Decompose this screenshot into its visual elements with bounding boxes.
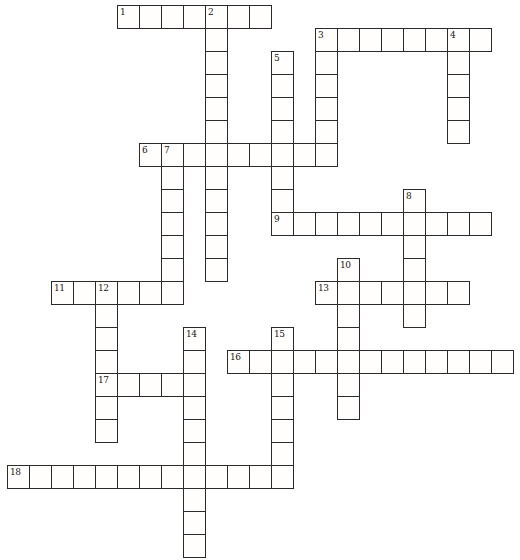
cell-r4-c20[interactable] xyxy=(447,97,470,121)
cell-r16-c4[interactable]: 17 xyxy=(95,373,118,397)
cell-r8-c7[interactable] xyxy=(161,189,184,213)
cell-r15-c13[interactable] xyxy=(293,350,316,374)
cell-r2-c14[interactable] xyxy=(315,51,338,75)
cell-r20-c8[interactable] xyxy=(183,465,206,489)
cell-r9-c7[interactable] xyxy=(161,212,184,236)
cell-r16-c7[interactable] xyxy=(161,373,184,397)
cell-r12-c15[interactable] xyxy=(337,281,360,305)
cell-r12-c7[interactable] xyxy=(161,281,184,305)
cell-r6-c14[interactable] xyxy=(315,143,338,167)
cell-r1-c15[interactable] xyxy=(337,28,360,52)
cell-r3-c14[interactable] xyxy=(315,74,338,98)
cell-r10-c18[interactable] xyxy=(403,235,426,259)
clue-number-1: 1 xyxy=(120,7,125,17)
cell-r2-c12[interactable]: 5 xyxy=(271,51,294,75)
cell-r6-c8[interactable] xyxy=(183,143,206,167)
cell-r15-c15[interactable] xyxy=(337,350,360,374)
cell-r15-c19[interactable] xyxy=(425,350,448,374)
clue-number-3: 3 xyxy=(318,30,323,40)
cell-r3-c9[interactable] xyxy=(205,74,228,98)
cell-r20-c1[interactable] xyxy=(29,465,52,489)
crossword-board: 123456789101112131415161718 xyxy=(7,5,515,558)
cell-r12-c3[interactable] xyxy=(73,281,96,305)
cell-r5-c12[interactable] xyxy=(271,120,294,144)
clue-number-11: 11 xyxy=(54,283,64,293)
cell-r20-c11[interactable] xyxy=(249,465,272,489)
cell-r12-c19[interactable] xyxy=(425,281,448,305)
cell-r12-c17[interactable] xyxy=(381,281,404,305)
cell-r15-c16[interactable] xyxy=(359,350,382,374)
cell-r15-c20[interactable] xyxy=(447,350,470,374)
cell-r4-c12[interactable] xyxy=(271,97,294,121)
clue-number-4: 4 xyxy=(450,30,455,40)
cell-r18-c4[interactable] xyxy=(95,419,118,443)
cell-r6-c6[interactable]: 6 xyxy=(139,143,162,167)
cell-r17-c15[interactable] xyxy=(337,396,360,420)
cell-r4-c14[interactable] xyxy=(315,97,338,121)
cell-r12-c18[interactable] xyxy=(403,281,426,305)
cell-r9-c13[interactable] xyxy=(293,212,316,236)
cell-r9-c21[interactable] xyxy=(469,212,492,236)
cell-r15-c18[interactable] xyxy=(403,350,426,374)
cell-r13-c15[interactable] xyxy=(337,304,360,328)
cell-r1-c9[interactable] xyxy=(205,28,228,52)
cell-r9-c14[interactable] xyxy=(315,212,338,236)
clue-number-10: 10 xyxy=(340,260,350,270)
cell-r15-c17[interactable] xyxy=(381,350,404,374)
cell-r12-c14[interactable]: 13 xyxy=(315,281,338,305)
cell-r12-c4[interactable]: 12 xyxy=(95,281,118,305)
cell-r21-c8[interactable] xyxy=(183,488,206,512)
cell-r10-c9[interactable] xyxy=(205,235,228,259)
cell-r18-c12[interactable] xyxy=(271,419,294,443)
cell-r15-c14[interactable] xyxy=(315,350,338,374)
cell-r15-c10[interactable]: 16 xyxy=(227,350,250,374)
cell-r9-c16[interactable] xyxy=(359,212,382,236)
cell-r13-c4[interactable] xyxy=(95,304,118,328)
clue-number-5: 5 xyxy=(274,53,279,63)
cell-r9-c19[interactable] xyxy=(425,212,448,236)
cell-r6-c11[interactable] xyxy=(249,143,272,167)
cell-r1-c18[interactable] xyxy=(403,28,426,52)
cell-r9-c15[interactable] xyxy=(337,212,360,236)
cell-r6-c9[interactable] xyxy=(205,143,228,167)
clue-number-8: 8 xyxy=(406,191,411,201)
cell-r1-c20[interactable]: 4 xyxy=(447,28,470,52)
cell-r0-c7[interactable] xyxy=(161,5,184,29)
cell-r2-c9[interactable] xyxy=(205,51,228,75)
cell-r8-c12[interactable] xyxy=(271,189,294,213)
cell-r10-c7[interactable] xyxy=(161,235,184,259)
cell-r1-c14[interactable]: 3 xyxy=(315,28,338,52)
cell-r16-c15[interactable] xyxy=(337,373,360,397)
cell-r16-c6[interactable] xyxy=(139,373,162,397)
cell-r9-c17[interactable] xyxy=(381,212,404,236)
cell-r9-c20[interactable] xyxy=(447,212,470,236)
clue-number-15: 15 xyxy=(274,329,284,339)
clue-number-2: 2 xyxy=(208,7,213,17)
cell-r3-c20[interactable] xyxy=(447,74,470,98)
cell-r6-c13[interactable] xyxy=(293,143,316,167)
cell-r5-c20[interactable] xyxy=(447,120,470,144)
cell-r8-c18[interactable]: 8 xyxy=(403,189,426,213)
cell-r6-c10[interactable] xyxy=(227,143,250,167)
cell-r0-c11[interactable] xyxy=(249,5,272,29)
cell-r12-c2[interactable]: 11 xyxy=(51,281,74,305)
clue-number-6: 6 xyxy=(142,145,147,155)
cell-r15-c22[interactable] xyxy=(491,350,514,374)
crossword-page: 123456789101112131415161718 xyxy=(0,0,520,560)
cell-r9-c12[interactable]: 9 xyxy=(271,212,294,236)
clue-number-18: 18 xyxy=(10,467,20,477)
cell-r15-c21[interactable] xyxy=(469,350,492,374)
cell-r0-c10[interactable] xyxy=(227,5,250,29)
clue-number-9: 9 xyxy=(274,214,279,224)
clue-number-7: 7 xyxy=(164,145,169,155)
cell-r17-c4[interactable] xyxy=(95,396,118,420)
clue-number-13: 13 xyxy=(318,283,328,293)
cell-r11-c18[interactable] xyxy=(403,258,426,282)
cell-r3-c12[interactable] xyxy=(271,74,294,98)
cell-r20-c2[interactable] xyxy=(51,465,74,489)
cell-r20-c3[interactable] xyxy=(73,465,96,489)
cell-r1-c17[interactable] xyxy=(381,28,404,52)
cell-r15-c12[interactable] xyxy=(271,350,294,374)
cell-r0-c8[interactable] xyxy=(183,5,206,29)
cell-r11-c15[interactable]: 10 xyxy=(337,258,360,282)
cell-r8-c9[interactable] xyxy=(205,189,228,213)
cell-r18-c8[interactable] xyxy=(183,419,206,443)
clue-number-17: 17 xyxy=(98,375,108,385)
cell-r20-c6[interactable] xyxy=(139,465,162,489)
cell-r16-c12[interactable] xyxy=(271,373,294,397)
cell-r20-c9[interactable] xyxy=(205,465,228,489)
cell-r15-c11[interactable] xyxy=(249,350,272,374)
cell-r7-c7[interactable] xyxy=(161,166,184,190)
clue-number-16: 16 xyxy=(230,352,240,362)
cell-r12-c20[interactable] xyxy=(447,281,470,305)
cell-r17-c12[interactable] xyxy=(271,396,294,420)
cell-r14-c15[interactable] xyxy=(337,327,360,351)
cell-r1-c19[interactable] xyxy=(425,28,448,52)
cell-r14-c8[interactable]: 14 xyxy=(183,327,206,351)
cell-r22-c8[interactable] xyxy=(183,511,206,535)
clue-number-14: 14 xyxy=(186,329,196,339)
cell-r14-c4[interactable] xyxy=(95,327,118,351)
cell-r19-c12[interactable] xyxy=(271,442,294,466)
cell-r9-c18[interactable] xyxy=(403,212,426,236)
cell-r1-c21[interactable] xyxy=(469,28,492,52)
cell-r15-c4[interactable] xyxy=(95,350,118,374)
cell-r9-c9[interactable] xyxy=(205,212,228,236)
cell-r6-c12[interactable] xyxy=(271,143,294,167)
cell-r7-c9[interactable] xyxy=(205,166,228,190)
cell-r5-c9[interactable] xyxy=(205,120,228,144)
cell-r0-c5[interactable]: 1 xyxy=(117,5,140,29)
cell-r0-c6[interactable] xyxy=(139,5,162,29)
cell-r12-c6[interactable] xyxy=(139,281,162,305)
cell-r12-c16[interactable] xyxy=(359,281,382,305)
cell-r20-c7[interactable] xyxy=(161,465,184,489)
cell-r20-c5[interactable] xyxy=(117,465,140,489)
cell-r11-c9[interactable] xyxy=(205,258,228,282)
cell-r6-c7[interactable]: 7 xyxy=(161,143,184,167)
cell-r17-c8[interactable] xyxy=(183,396,206,420)
cell-r7-c12[interactable] xyxy=(271,166,294,190)
clue-number-12: 12 xyxy=(98,283,108,293)
cell-r4-c9[interactable] xyxy=(205,97,228,121)
cell-r0-c9[interactable]: 2 xyxy=(205,5,228,29)
cell-r16-c8[interactable] xyxy=(183,373,206,397)
cell-r5-c14[interactable] xyxy=(315,120,338,144)
cell-r2-c20[interactable] xyxy=(447,51,470,75)
cell-r20-c10[interactable] xyxy=(227,465,250,489)
cell-r13-c18[interactable] xyxy=(403,304,426,328)
cell-r1-c16[interactable] xyxy=(359,28,382,52)
cell-r14-c12[interactable]: 15 xyxy=(271,327,294,351)
cell-r23-c8[interactable] xyxy=(183,534,206,558)
cell-r11-c7[interactable] xyxy=(161,258,184,282)
cell-r12-c5[interactable] xyxy=(117,281,140,305)
cell-r15-c8[interactable] xyxy=(183,350,206,374)
cell-r19-c8[interactable] xyxy=(183,442,206,466)
cell-r20-c4[interactable] xyxy=(95,465,118,489)
cell-r20-c0[interactable]: 18 xyxy=(7,465,30,489)
cell-r20-c12[interactable] xyxy=(271,465,294,489)
cell-r16-c5[interactable] xyxy=(117,373,140,397)
